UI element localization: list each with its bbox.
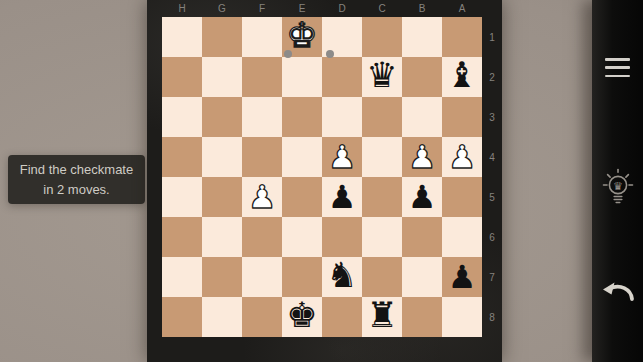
square-d4[interactable]: ♟: [322, 137, 362, 177]
square-h6[interactable]: [162, 217, 202, 257]
tooltip-line-1: Find the checkmate: [20, 160, 133, 180]
file-label-a: A: [442, 0, 482, 17]
file-label-h: H: [162, 0, 202, 17]
menu-button[interactable]: [605, 58, 630, 77]
square-g5[interactable]: [202, 177, 242, 217]
square-c8[interactable]: ♜: [362, 297, 402, 337]
lightbulb-hint-icon: ♛: [600, 203, 636, 218]
square-f8[interactable]: [242, 297, 282, 337]
square-e3[interactable]: [282, 97, 322, 137]
rank-label-5: 5: [482, 177, 502, 217]
rank-label-3: 3: [482, 97, 502, 137]
file-label-f: F: [242, 0, 282, 17]
svg-text:♛: ♛: [613, 180, 623, 193]
square-a6[interactable]: [442, 217, 482, 257]
square-d2[interactable]: [322, 57, 362, 97]
square-f7[interactable]: [242, 257, 282, 297]
square-h2[interactable]: [162, 57, 202, 97]
square-f2[interactable]: [242, 57, 282, 97]
square-f4[interactable]: [242, 137, 282, 177]
square-e8[interactable]: ♚: [282, 297, 322, 337]
rank-labels: 12345678: [482, 17, 502, 337]
square-c3[interactable]: [362, 97, 402, 137]
file-label-c: C: [362, 0, 402, 17]
white-pawn[interactable]: ♟: [248, 181, 277, 213]
square-b1[interactable]: [402, 17, 442, 57]
file-label-b: B: [402, 0, 442, 17]
rank-label-2: 2: [482, 57, 502, 97]
rank-label-6: 6: [482, 217, 502, 257]
square-e2[interactable]: [282, 57, 322, 97]
square-b5[interactable]: ♟: [402, 177, 442, 217]
square-b3[interactable]: [402, 97, 442, 137]
square-h1[interactable]: [162, 17, 202, 57]
square-a4[interactable]: ♟: [442, 137, 482, 177]
square-g8[interactable]: [202, 297, 242, 337]
sidebar: ♛: [592, 0, 643, 362]
black-pawn[interactable]: ♟: [328, 181, 357, 213]
rank-label-8: 8: [482, 297, 502, 337]
square-d5[interactable]: ♟: [322, 177, 362, 217]
square-e6[interactable]: [282, 217, 322, 257]
rank-label-4: 4: [482, 137, 502, 177]
black-pawn[interactable]: ♟: [408, 181, 437, 213]
square-c1[interactable]: [362, 17, 402, 57]
square-f6[interactable]: [242, 217, 282, 257]
square-d7[interactable]: ♞: [322, 257, 362, 297]
square-b6[interactable]: [402, 217, 442, 257]
file-labels: HGFEDCBA: [162, 0, 482, 17]
undo-arrow-icon: [601, 293, 635, 308]
file-label-e: E: [282, 0, 322, 17]
square-a3[interactable]: [442, 97, 482, 137]
square-h4[interactable]: [162, 137, 202, 177]
square-h5[interactable]: [162, 177, 202, 217]
square-c7[interactable]: [362, 257, 402, 297]
square-f3[interactable]: [242, 97, 282, 137]
black-queen[interactable]: ♛: [366, 58, 397, 93]
white-pawn[interactable]: ♟: [448, 141, 477, 173]
square-d8[interactable]: [322, 297, 362, 337]
move-marker-dot: [326, 50, 334, 58]
square-g2[interactable]: [202, 57, 242, 97]
square-a2[interactable]: ♝: [442, 57, 482, 97]
puzzle-goal-tooltip: Find the checkmate in 2 moves.: [8, 155, 145, 204]
square-b2[interactable]: [402, 57, 442, 97]
undo-button[interactable]: [601, 279, 635, 305]
file-label-g: G: [202, 0, 242, 17]
white-pawn[interactable]: ♟: [408, 141, 437, 173]
black-rook[interactable]: ♜: [366, 298, 397, 333]
square-h3[interactable]: [162, 97, 202, 137]
black-king[interactable]: ♚: [286, 298, 317, 333]
square-g6[interactable]: [202, 217, 242, 257]
square-d6[interactable]: [322, 217, 362, 257]
square-b4[interactable]: ♟: [402, 137, 442, 177]
square-e7[interactable]: [282, 257, 322, 297]
hamburger-menu-icon: [605, 58, 630, 77]
square-f5[interactable]: ♟: [242, 177, 282, 217]
chess-puzzle-app: Find the checkmate in 2 moves. HGFEDCBA …: [0, 0, 643, 362]
square-c4[interactable]: [362, 137, 402, 177]
square-h8[interactable]: [162, 297, 202, 337]
white-king[interactable]: ♚: [286, 18, 317, 53]
square-c2[interactable]: ♛: [362, 57, 402, 97]
rank-label-1: 1: [482, 17, 502, 57]
square-a8[interactable]: [442, 297, 482, 337]
square-a7[interactable]: ♟: [442, 257, 482, 297]
move-marker-dot: [284, 50, 292, 58]
square-g7[interactable]: [202, 257, 242, 297]
square-b8[interactable]: [402, 297, 442, 337]
hint-button[interactable]: ♛: [600, 167, 636, 215]
black-bishop[interactable]: ♝: [446, 58, 477, 93]
square-c5[interactable]: [362, 177, 402, 217]
square-h7[interactable]: [162, 257, 202, 297]
tooltip-line-2: in 2 moves.: [43, 180, 109, 200]
black-knight[interactable]: ♞: [326, 258, 357, 293]
chess-board[interactable]: ♚♛♝♟♟♟♟♟♟♞♟♚♜: [162, 17, 482, 337]
board-frame: HGFEDCBA 12345678 ♚♛♝♟♟♟♟♟♟♞♟♚♜: [147, 0, 502, 362]
square-e5[interactable]: [282, 177, 322, 217]
square-b7[interactable]: [402, 257, 442, 297]
file-label-d: D: [322, 0, 362, 17]
square-g1[interactable]: [202, 17, 242, 57]
square-d3[interactable]: [322, 97, 362, 137]
square-a1[interactable]: [442, 17, 482, 57]
white-pawn[interactable]: ♟: [328, 141, 357, 173]
rank-label-7: 7: [482, 257, 502, 297]
square-g4[interactable]: [202, 137, 242, 177]
square-g3[interactable]: [202, 97, 242, 137]
square-a5[interactable]: [442, 177, 482, 217]
square-c6[interactable]: [362, 217, 402, 257]
square-f1[interactable]: [242, 17, 282, 57]
black-pawn[interactable]: ♟: [448, 261, 477, 293]
square-e4[interactable]: [282, 137, 322, 177]
